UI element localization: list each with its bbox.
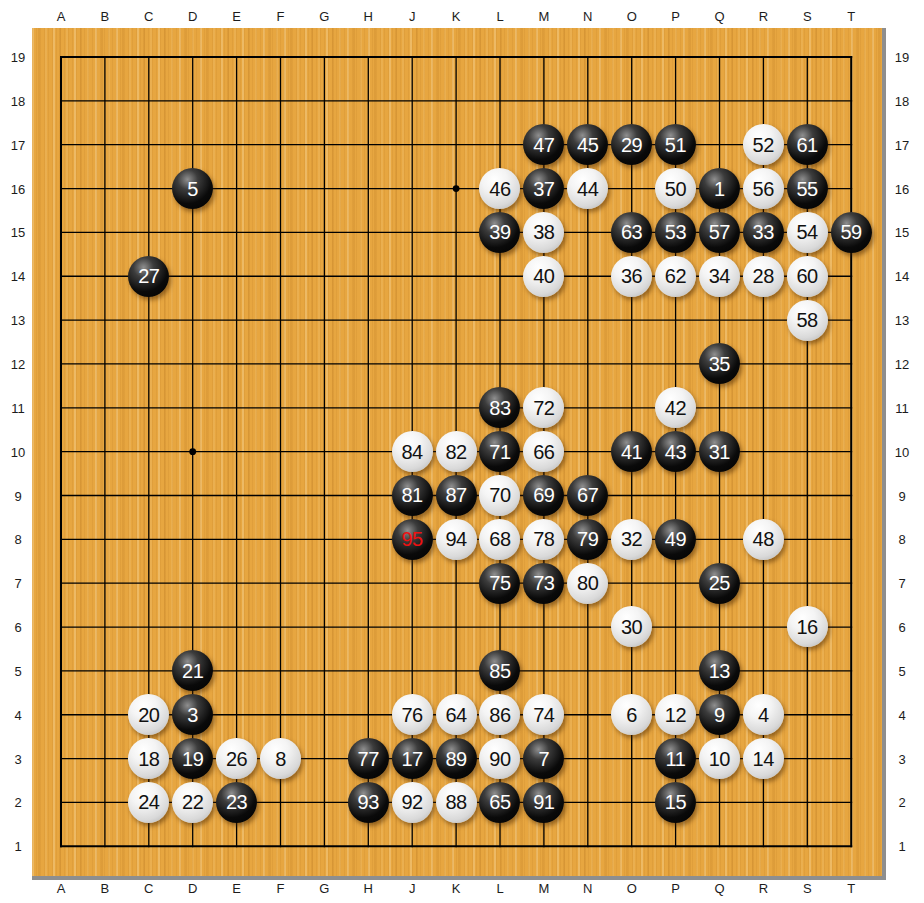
intersection-R13[interactable] bbox=[741, 298, 785, 342]
intersection-H2[interactable]: 93 bbox=[346, 780, 390, 824]
intersection-R12[interactable] bbox=[741, 342, 785, 386]
intersection-L10[interactable]: 71 bbox=[478, 430, 522, 474]
intersection-S6[interactable]: 16 bbox=[785, 605, 829, 649]
intersection-S18[interactable] bbox=[785, 79, 829, 123]
intersection-E7[interactable] bbox=[215, 561, 259, 605]
intersection-P6[interactable] bbox=[654, 605, 698, 649]
intersection-S15[interactable]: 54 bbox=[785, 210, 829, 254]
intersection-K9[interactable]: 87 bbox=[434, 474, 478, 518]
intersection-T5[interactable] bbox=[829, 649, 873, 693]
intersection-Q11[interactable] bbox=[697, 386, 741, 430]
intersection-C17[interactable] bbox=[127, 123, 171, 167]
intersection-N9[interactable]: 67 bbox=[566, 474, 610, 518]
intersection-T16[interactable] bbox=[829, 167, 873, 211]
intersection-L2[interactable]: 65 bbox=[478, 780, 522, 824]
intersection-D17[interactable] bbox=[171, 123, 215, 167]
intersection-N8[interactable]: 79 bbox=[566, 517, 610, 561]
intersection-Q6[interactable] bbox=[697, 605, 741, 649]
intersection-C3[interactable]: 18 bbox=[127, 737, 171, 781]
intersection-C18[interactable] bbox=[127, 79, 171, 123]
intersection-R16[interactable]: 56 bbox=[741, 167, 785, 211]
intersection-L19[interactable] bbox=[478, 35, 522, 79]
intersection-C9[interactable] bbox=[127, 474, 171, 518]
intersection-L12[interactable] bbox=[478, 342, 522, 386]
stone-black-11[interactable]: 11 bbox=[655, 738, 696, 779]
intersection-K10[interactable]: 82 bbox=[434, 430, 478, 474]
intersection-K5[interactable] bbox=[434, 649, 478, 693]
intersection-C4[interactable]: 20 bbox=[127, 693, 171, 737]
intersection-G18[interactable] bbox=[302, 79, 346, 123]
intersection-M18[interactable] bbox=[522, 79, 566, 123]
stone-white-92[interactable]: 92 bbox=[392, 782, 433, 823]
intersection-T3[interactable] bbox=[829, 737, 873, 781]
intersection-J3[interactable]: 17 bbox=[390, 737, 434, 781]
intersection-L18[interactable] bbox=[478, 79, 522, 123]
stone-black-1[interactable]: 1 bbox=[699, 168, 740, 209]
intersection-R19[interactable] bbox=[741, 35, 785, 79]
intersection-H10[interactable] bbox=[346, 430, 390, 474]
intersection-L15[interactable]: 39 bbox=[478, 210, 522, 254]
stone-white-14[interactable]: 14 bbox=[743, 738, 784, 779]
intersection-E6[interactable] bbox=[215, 605, 259, 649]
intersection-L16[interactable]: 46 bbox=[478, 167, 522, 211]
intersection-E19[interactable] bbox=[215, 35, 259, 79]
intersection-E16[interactable] bbox=[215, 167, 259, 211]
stone-white-82[interactable]: 82 bbox=[436, 431, 477, 472]
intersection-G10[interactable] bbox=[302, 430, 346, 474]
stone-white-36[interactable]: 36 bbox=[611, 256, 652, 297]
stone-white-76[interactable]: 76 bbox=[392, 694, 433, 735]
intersection-R6[interactable] bbox=[741, 605, 785, 649]
intersection-L4[interactable]: 86 bbox=[478, 693, 522, 737]
intersection-H15[interactable] bbox=[346, 210, 390, 254]
intersection-A10[interactable] bbox=[39, 430, 83, 474]
stone-white-74[interactable]: 74 bbox=[523, 694, 564, 735]
intersection-F15[interactable] bbox=[259, 210, 303, 254]
intersection-S3[interactable] bbox=[785, 737, 829, 781]
intersection-T17[interactable] bbox=[829, 123, 873, 167]
intersection-K13[interactable] bbox=[434, 298, 478, 342]
intersection-N14[interactable] bbox=[566, 254, 610, 298]
intersection-F8[interactable] bbox=[259, 517, 303, 561]
stone-white-42[interactable]: 42 bbox=[655, 387, 696, 428]
stone-black-79[interactable]: 79 bbox=[567, 519, 608, 560]
stone-white-58[interactable]: 58 bbox=[787, 300, 828, 341]
intersection-E9[interactable] bbox=[215, 474, 259, 518]
intersection-Q15[interactable]: 57 bbox=[697, 210, 741, 254]
intersection-B13[interactable] bbox=[83, 298, 127, 342]
intersection-J5[interactable] bbox=[390, 649, 434, 693]
stone-white-84[interactable]: 84 bbox=[392, 431, 433, 472]
intersection-A11[interactable] bbox=[39, 386, 83, 430]
intersection-S19[interactable] bbox=[785, 35, 829, 79]
intersection-T2[interactable] bbox=[829, 780, 873, 824]
intersection-R5[interactable] bbox=[741, 649, 785, 693]
intersection-M9[interactable]: 69 bbox=[522, 474, 566, 518]
intersection-N16[interactable]: 44 bbox=[566, 167, 610, 211]
intersection-Q3[interactable]: 10 bbox=[697, 737, 741, 781]
intersection-M6[interactable] bbox=[522, 605, 566, 649]
intersection-G6[interactable] bbox=[302, 605, 346, 649]
stone-black-31[interactable]: 31 bbox=[699, 431, 740, 472]
stone-white-48[interactable]: 48 bbox=[743, 519, 784, 560]
intersection-C8[interactable] bbox=[127, 517, 171, 561]
intersection-Q14[interactable]: 34 bbox=[697, 254, 741, 298]
intersection-R17[interactable]: 52 bbox=[741, 123, 785, 167]
intersection-D18[interactable] bbox=[171, 79, 215, 123]
stone-white-62[interactable]: 62 bbox=[655, 256, 696, 297]
intersection-D11[interactable] bbox=[171, 386, 215, 430]
intersection-L14[interactable] bbox=[478, 254, 522, 298]
intersection-H3[interactable]: 77 bbox=[346, 737, 390, 781]
intersection-J8[interactable]: 95 bbox=[390, 517, 434, 561]
intersection-A18[interactable] bbox=[39, 79, 83, 123]
intersection-P1[interactable] bbox=[654, 824, 698, 868]
intersection-L13[interactable] bbox=[478, 298, 522, 342]
intersection-B19[interactable] bbox=[83, 35, 127, 79]
intersection-G5[interactable] bbox=[302, 649, 346, 693]
intersection-F1[interactable] bbox=[259, 824, 303, 868]
intersection-A16[interactable] bbox=[39, 167, 83, 211]
intersection-E10[interactable] bbox=[215, 430, 259, 474]
intersection-J12[interactable] bbox=[390, 342, 434, 386]
stone-black-3[interactable]: 3 bbox=[172, 694, 213, 735]
intersection-R9[interactable] bbox=[741, 474, 785, 518]
stone-black-89[interactable]: 89 bbox=[436, 738, 477, 779]
intersection-P17[interactable]: 51 bbox=[654, 123, 698, 167]
intersection-N18[interactable] bbox=[566, 79, 610, 123]
intersection-B11[interactable] bbox=[83, 386, 127, 430]
intersection-N15[interactable] bbox=[566, 210, 610, 254]
intersection-F2[interactable] bbox=[259, 780, 303, 824]
intersection-S10[interactable] bbox=[785, 430, 829, 474]
intersection-E17[interactable] bbox=[215, 123, 259, 167]
intersection-H19[interactable] bbox=[346, 35, 390, 79]
stone-white-90[interactable]: 90 bbox=[479, 738, 520, 779]
stone-black-55[interactable]: 55 bbox=[787, 168, 828, 209]
intersection-O6[interactable]: 30 bbox=[610, 605, 654, 649]
stone-white-54[interactable]: 54 bbox=[787, 212, 828, 253]
intersection-M14[interactable]: 40 bbox=[522, 254, 566, 298]
intersection-P12[interactable] bbox=[654, 342, 698, 386]
intersection-B18[interactable] bbox=[83, 79, 127, 123]
stone-black-57[interactable]: 57 bbox=[699, 212, 740, 253]
intersection-G19[interactable] bbox=[302, 35, 346, 79]
stone-black-77[interactable]: 77 bbox=[348, 738, 389, 779]
stone-white-86[interactable]: 86 bbox=[479, 694, 520, 735]
intersection-A7[interactable] bbox=[39, 561, 83, 605]
intersection-M13[interactable] bbox=[522, 298, 566, 342]
intersection-B3[interactable] bbox=[83, 737, 127, 781]
stone-black-33[interactable]: 33 bbox=[743, 212, 784, 253]
stone-white-34[interactable]: 34 bbox=[699, 256, 740, 297]
intersection-A15[interactable] bbox=[39, 210, 83, 254]
intersection-M19[interactable] bbox=[522, 35, 566, 79]
stone-white-88[interactable]: 88 bbox=[436, 782, 477, 823]
intersection-A5[interactable] bbox=[39, 649, 83, 693]
intersection-A12[interactable] bbox=[39, 342, 83, 386]
intersection-J13[interactable] bbox=[390, 298, 434, 342]
intersection-D14[interactable] bbox=[171, 254, 215, 298]
intersection-N11[interactable] bbox=[566, 386, 610, 430]
stone-white-40[interactable]: 40 bbox=[523, 256, 564, 297]
intersection-O19[interactable] bbox=[610, 35, 654, 79]
stone-black-87[interactable]: 87 bbox=[436, 475, 477, 516]
intersection-T13[interactable] bbox=[829, 298, 873, 342]
intersection-A4[interactable] bbox=[39, 693, 83, 737]
intersection-P13[interactable] bbox=[654, 298, 698, 342]
intersection-M7[interactable]: 73 bbox=[522, 561, 566, 605]
stone-black-95[interactable]: 95 bbox=[392, 519, 433, 560]
stone-black-37[interactable]: 37 bbox=[523, 168, 564, 209]
intersection-B12[interactable] bbox=[83, 342, 127, 386]
intersection-G2[interactable] bbox=[302, 780, 346, 824]
intersection-N2[interactable] bbox=[566, 780, 610, 824]
stone-white-6[interactable]: 6 bbox=[611, 694, 652, 735]
intersection-F14[interactable] bbox=[259, 254, 303, 298]
stone-black-63[interactable]: 63 bbox=[611, 212, 652, 253]
stone-black-93[interactable]: 93 bbox=[348, 782, 389, 823]
intersection-C13[interactable] bbox=[127, 298, 171, 342]
intersection-C6[interactable] bbox=[127, 605, 171, 649]
intersection-F16[interactable] bbox=[259, 167, 303, 211]
intersection-Q13[interactable] bbox=[697, 298, 741, 342]
intersection-S12[interactable] bbox=[785, 342, 829, 386]
intersection-M11[interactable]: 72 bbox=[522, 386, 566, 430]
intersection-S14[interactable]: 60 bbox=[785, 254, 829, 298]
intersection-L8[interactable]: 68 bbox=[478, 517, 522, 561]
intersection-P2[interactable]: 15 bbox=[654, 780, 698, 824]
intersection-K19[interactable] bbox=[434, 35, 478, 79]
intersection-O1[interactable] bbox=[610, 824, 654, 868]
intersection-C1[interactable] bbox=[127, 824, 171, 868]
intersection-B17[interactable] bbox=[83, 123, 127, 167]
intersection-K7[interactable] bbox=[434, 561, 478, 605]
intersection-M2[interactable]: 91 bbox=[522, 780, 566, 824]
intersection-T4[interactable] bbox=[829, 693, 873, 737]
stone-black-35[interactable]: 35 bbox=[699, 343, 740, 384]
intersection-A14[interactable] bbox=[39, 254, 83, 298]
intersection-S8[interactable] bbox=[785, 517, 829, 561]
intersection-G13[interactable] bbox=[302, 298, 346, 342]
intersection-C5[interactable] bbox=[127, 649, 171, 693]
stone-black-15[interactable]: 15 bbox=[655, 782, 696, 823]
stone-white-46[interactable]: 46 bbox=[479, 168, 520, 209]
intersection-R8[interactable]: 48 bbox=[741, 517, 785, 561]
intersection-D9[interactable] bbox=[171, 474, 215, 518]
intersection-B1[interactable] bbox=[83, 824, 127, 868]
intersection-K4[interactable]: 64 bbox=[434, 693, 478, 737]
stone-black-25[interactable]: 25 bbox=[699, 563, 740, 604]
intersection-K17[interactable] bbox=[434, 123, 478, 167]
stone-black-81[interactable]: 81 bbox=[392, 475, 433, 516]
intersection-P14[interactable]: 62 bbox=[654, 254, 698, 298]
intersection-O16[interactable] bbox=[610, 167, 654, 211]
intersection-J10[interactable]: 84 bbox=[390, 430, 434, 474]
stone-white-32[interactable]: 32 bbox=[611, 519, 652, 560]
intersection-P4[interactable]: 12 bbox=[654, 693, 698, 737]
intersection-L6[interactable] bbox=[478, 605, 522, 649]
stone-white-18[interactable]: 18 bbox=[128, 738, 169, 779]
intersection-R7[interactable] bbox=[741, 561, 785, 605]
stone-black-73[interactable]: 73 bbox=[523, 563, 564, 604]
intersection-O10[interactable]: 41 bbox=[610, 430, 654, 474]
stone-white-72[interactable]: 72 bbox=[523, 387, 564, 428]
intersection-Q8[interactable] bbox=[697, 517, 741, 561]
intersection-K14[interactable] bbox=[434, 254, 478, 298]
intersection-C2[interactable]: 24 bbox=[127, 780, 171, 824]
intersection-R1[interactable] bbox=[741, 824, 785, 868]
intersection-J18[interactable] bbox=[390, 79, 434, 123]
intersection-F7[interactable] bbox=[259, 561, 303, 605]
stone-white-30[interactable]: 30 bbox=[611, 606, 652, 647]
intersection-C19[interactable] bbox=[127, 35, 171, 79]
stone-black-23[interactable]: 23 bbox=[216, 782, 257, 823]
intersection-H7[interactable] bbox=[346, 561, 390, 605]
intersection-R14[interactable]: 28 bbox=[741, 254, 785, 298]
intersection-M16[interactable]: 37 bbox=[522, 167, 566, 211]
stone-black-7[interactable]: 7 bbox=[523, 738, 564, 779]
intersection-N13[interactable] bbox=[566, 298, 610, 342]
intersection-A9[interactable] bbox=[39, 474, 83, 518]
stone-black-61[interactable]: 61 bbox=[787, 124, 828, 165]
intersection-B10[interactable] bbox=[83, 430, 127, 474]
intersection-P9[interactable] bbox=[654, 474, 698, 518]
intersection-G9[interactable] bbox=[302, 474, 346, 518]
intersection-M10[interactable]: 66 bbox=[522, 430, 566, 474]
stone-black-49[interactable]: 49 bbox=[655, 519, 696, 560]
intersection-T7[interactable] bbox=[829, 561, 873, 605]
intersection-H4[interactable] bbox=[346, 693, 390, 737]
intersection-E18[interactable] bbox=[215, 79, 259, 123]
intersection-L5[interactable]: 85 bbox=[478, 649, 522, 693]
intersection-K12[interactable] bbox=[434, 342, 478, 386]
intersection-O14[interactable]: 36 bbox=[610, 254, 654, 298]
stone-white-52[interactable]: 52 bbox=[743, 124, 784, 165]
intersection-R2[interactable] bbox=[741, 780, 785, 824]
stone-white-24[interactable]: 24 bbox=[128, 782, 169, 823]
intersection-G4[interactable] bbox=[302, 693, 346, 737]
intersection-B7[interactable] bbox=[83, 561, 127, 605]
intersection-M15[interactable]: 38 bbox=[522, 210, 566, 254]
intersection-Q16[interactable]: 1 bbox=[697, 167, 741, 211]
intersection-Q9[interactable] bbox=[697, 474, 741, 518]
intersection-Q5[interactable]: 13 bbox=[697, 649, 741, 693]
stone-white-78[interactable]: 78 bbox=[523, 519, 564, 560]
intersection-F18[interactable] bbox=[259, 79, 303, 123]
intersection-H1[interactable] bbox=[346, 824, 390, 868]
intersection-R11[interactable] bbox=[741, 386, 785, 430]
stone-black-67[interactable]: 67 bbox=[567, 475, 608, 516]
intersection-O7[interactable] bbox=[610, 561, 654, 605]
stone-white-8[interactable]: 8 bbox=[260, 738, 301, 779]
intersection-N19[interactable] bbox=[566, 35, 610, 79]
intersection-E1[interactable] bbox=[215, 824, 259, 868]
intersection-S9[interactable] bbox=[785, 474, 829, 518]
intersection-G1[interactable] bbox=[302, 824, 346, 868]
intersection-M5[interactable] bbox=[522, 649, 566, 693]
intersection-H13[interactable] bbox=[346, 298, 390, 342]
intersection-Q10[interactable]: 31 bbox=[697, 430, 741, 474]
intersection-S17[interactable]: 61 bbox=[785, 123, 829, 167]
intersection-F5[interactable] bbox=[259, 649, 303, 693]
intersection-B2[interactable] bbox=[83, 780, 127, 824]
stone-white-68[interactable]: 68 bbox=[479, 519, 520, 560]
stone-black-51[interactable]: 51 bbox=[655, 124, 696, 165]
stone-black-41[interactable]: 41 bbox=[611, 431, 652, 472]
intersection-F10[interactable] bbox=[259, 430, 303, 474]
intersection-H11[interactable] bbox=[346, 386, 390, 430]
intersection-Q12[interactable]: 35 bbox=[697, 342, 741, 386]
stone-black-27[interactable]: 27 bbox=[128, 256, 169, 297]
intersection-R15[interactable]: 33 bbox=[741, 210, 785, 254]
intersection-C12[interactable] bbox=[127, 342, 171, 386]
intersection-Q17[interactable] bbox=[697, 123, 741, 167]
intersection-J14[interactable] bbox=[390, 254, 434, 298]
intersection-J2[interactable]: 92 bbox=[390, 780, 434, 824]
intersection-M1[interactable] bbox=[522, 824, 566, 868]
intersection-D10[interactable] bbox=[171, 430, 215, 474]
intersection-B15[interactable] bbox=[83, 210, 127, 254]
stone-black-75[interactable]: 75 bbox=[479, 563, 520, 604]
stone-white-64[interactable]: 64 bbox=[436, 694, 477, 735]
stone-white-26[interactable]: 26 bbox=[216, 738, 257, 779]
intersection-N3[interactable] bbox=[566, 737, 610, 781]
intersection-A17[interactable] bbox=[39, 123, 83, 167]
intersection-M4[interactable]: 74 bbox=[522, 693, 566, 737]
intersection-P19[interactable] bbox=[654, 35, 698, 79]
intersection-R4[interactable]: 4 bbox=[741, 693, 785, 737]
intersection-G8[interactable] bbox=[302, 517, 346, 561]
intersection-D6[interactable] bbox=[171, 605, 215, 649]
intersection-O5[interactable] bbox=[610, 649, 654, 693]
stone-white-10[interactable]: 10 bbox=[699, 738, 740, 779]
intersection-E3[interactable]: 26 bbox=[215, 737, 259, 781]
intersection-H17[interactable] bbox=[346, 123, 390, 167]
stone-black-19[interactable]: 19 bbox=[172, 738, 213, 779]
intersection-E14[interactable] bbox=[215, 254, 259, 298]
intersection-J11[interactable] bbox=[390, 386, 434, 430]
intersection-D2[interactable]: 22 bbox=[171, 780, 215, 824]
intersection-T1[interactable] bbox=[829, 824, 873, 868]
intersection-Q2[interactable] bbox=[697, 780, 741, 824]
intersection-B9[interactable] bbox=[83, 474, 127, 518]
intersection-O8[interactable]: 32 bbox=[610, 517, 654, 561]
intersection-K3[interactable]: 89 bbox=[434, 737, 478, 781]
intersection-J16[interactable] bbox=[390, 167, 434, 211]
intersection-E12[interactable] bbox=[215, 342, 259, 386]
stone-white-20[interactable]: 20 bbox=[128, 694, 169, 735]
intersection-E4[interactable] bbox=[215, 693, 259, 737]
stone-black-53[interactable]: 53 bbox=[655, 212, 696, 253]
intersection-A6[interactable] bbox=[39, 605, 83, 649]
stone-white-56[interactable]: 56 bbox=[743, 168, 784, 209]
stone-black-47[interactable]: 47 bbox=[523, 124, 564, 165]
intersection-N5[interactable] bbox=[566, 649, 610, 693]
stone-black-17[interactable]: 17 bbox=[392, 738, 433, 779]
intersection-P16[interactable]: 50 bbox=[654, 167, 698, 211]
intersection-S7[interactable] bbox=[785, 561, 829, 605]
intersection-T15[interactable]: 59 bbox=[829, 210, 873, 254]
intersection-O12[interactable] bbox=[610, 342, 654, 386]
intersection-D16[interactable]: 5 bbox=[171, 167, 215, 211]
stone-black-9[interactable]: 9 bbox=[699, 694, 740, 735]
intersection-D8[interactable] bbox=[171, 517, 215, 561]
intersection-G17[interactable] bbox=[302, 123, 346, 167]
intersection-O9[interactable] bbox=[610, 474, 654, 518]
intersection-B4[interactable] bbox=[83, 693, 127, 737]
intersection-D5[interactable]: 21 bbox=[171, 649, 215, 693]
